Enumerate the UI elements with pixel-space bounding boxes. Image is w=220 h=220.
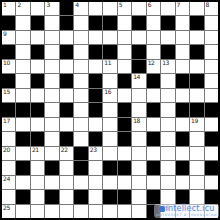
white-cell-r10c1[interactable] — [16, 147, 29, 160]
white-cell-r2c8[interactable] — [118, 31, 131, 44]
white-cell-r0c0[interactable]: 1 — [2, 2, 15, 15]
black-cell-r3c2 — [31, 45, 44, 58]
white-cell-r7c11[interactable] — [161, 103, 174, 116]
white-cell-r13c2[interactable] — [31, 190, 44, 203]
white-cell-r1c10[interactable] — [147, 16, 160, 29]
white-cell-r4c10[interactable]: 12 — [147, 60, 160, 73]
clue-number-22: 22 — [61, 147, 68, 153]
white-cell-r4c0[interactable]: 10 — [2, 60, 15, 73]
clue-number-4: 4 — [75, 2, 78, 8]
black-cell-r13c1 — [16, 190, 29, 203]
black-cell-r13c14 — [205, 190, 218, 203]
white-cell-r0c2[interactable] — [31, 2, 44, 15]
white-cell-r1c5[interactable] — [74, 16, 87, 29]
clue-number-3: 3 — [46, 2, 49, 8]
clue-number-15: 15 — [3, 89, 10, 95]
clue-number-5: 5 — [119, 2, 122, 8]
white-cell-r3c10[interactable] — [147, 45, 160, 58]
white-cell-r0c3[interactable]: 3 — [45, 2, 58, 15]
white-cell-r0c8[interactable]: 5 — [118, 2, 131, 15]
white-cell-r14c2[interactable] — [31, 205, 44, 218]
white-cell-r8c1[interactable] — [16, 118, 29, 131]
white-cell-r2c14[interactable] — [205, 31, 218, 44]
white-cell-r5c3[interactable] — [45, 74, 58, 87]
white-cell-r8c0[interactable]: 17 — [2, 118, 15, 131]
white-cell-r11c0[interactable] — [2, 161, 15, 174]
clue-number-17: 17 — [3, 118, 10, 124]
black-cell-r7c13 — [190, 103, 203, 116]
white-cell-r8c5[interactable] — [74, 118, 87, 131]
white-cell-r14c5[interactable] — [74, 205, 87, 218]
white-cell-r9c3[interactable] — [45, 132, 58, 145]
white-cell-r4c3[interactable] — [45, 60, 58, 73]
white-cell-r1c14[interactable] — [205, 16, 218, 29]
white-cell-r10c4[interactable]: 22 — [60, 147, 73, 160]
black-cell-r3c6 — [89, 45, 102, 58]
black-cell-r5c12 — [176, 74, 189, 87]
white-cell-r1c8[interactable] — [118, 16, 131, 29]
clue-number-18: 18 — [133, 118, 140, 124]
black-cell-r7c6 — [89, 103, 102, 116]
white-cell-r0c9[interactable] — [132, 2, 145, 15]
black-cell-r7c14 — [205, 103, 218, 116]
black-cell-r13c12 — [176, 190, 189, 203]
white-cell-r3c12[interactable] — [176, 45, 189, 58]
white-cell-r12c10[interactable] — [147, 176, 160, 189]
white-cell-r9c7[interactable] — [103, 132, 116, 145]
black-cell-r3c13 — [190, 45, 203, 58]
black-cell-r11c1 — [16, 161, 29, 174]
clue-number-8: 8 — [206, 2, 209, 8]
white-cell-r0c5[interactable]: 4 — [74, 2, 87, 15]
clue-number-19: 19 — [191, 118, 198, 124]
black-cell-r5c2 — [31, 74, 44, 87]
white-cell-r2c13[interactable] — [190, 31, 203, 44]
white-cell-r5c9[interactable]: 14 — [132, 74, 145, 87]
white-cell-r3c5[interactable] — [74, 45, 87, 58]
white-cell-r9c9[interactable] — [132, 132, 145, 145]
white-cell-r8c9[interactable]: 18 — [132, 118, 145, 131]
watermark: intellect.icu интеллект и технологии — [154, 204, 219, 219]
black-cell-r9c4 — [60, 132, 73, 145]
white-cell-r6c2[interactable] — [31, 89, 44, 102]
black-cell-r7c8 — [118, 103, 131, 116]
white-cell-r12c0[interactable]: 24 — [2, 176, 15, 189]
black-cell-r5c0 — [2, 74, 15, 87]
white-cell-r14c6[interactable] — [89, 205, 102, 218]
white-cell-r6c9[interactable] — [132, 89, 145, 102]
clue-number-10: 10 — [3, 60, 10, 66]
clue-number-9: 9 — [3, 31, 6, 37]
white-cell-r0c12[interactable]: 7 — [176, 2, 189, 15]
white-cell-r10c10[interactable] — [147, 147, 160, 160]
white-cell-r0c10[interactable]: 6 — [147, 2, 160, 15]
black-cell-r13c3 — [45, 190, 58, 203]
black-cell-r6c6 — [89, 89, 102, 102]
black-cell-r11c14 — [205, 161, 218, 174]
black-cell-r4c9 — [132, 60, 145, 73]
white-cell-r6c0[interactable]: 15 — [2, 89, 15, 102]
white-cell-r12c9[interactable] — [132, 176, 145, 189]
white-cell-r4c14[interactable] — [205, 60, 218, 73]
clue-number-11: 11 — [104, 60, 111, 66]
black-cell-r9c8 — [118, 132, 131, 145]
watermark-tagline: интеллект и технологии — [156, 213, 217, 217]
black-cell-r9c1 — [16, 132, 29, 145]
white-cell-r11c6[interactable] — [89, 161, 102, 174]
white-cell-r8c10[interactable] — [147, 118, 160, 131]
white-cell-r2c5[interactable] — [74, 31, 87, 44]
clue-number-16: 16 — [104, 89, 111, 95]
clue-number-13: 13 — [162, 60, 169, 66]
crossword-image: 1234567891011121314151617181920212223242… — [0, 0, 220, 220]
black-cell-r5c10 — [147, 74, 160, 87]
white-cell-r8c13[interactable]: 19 — [190, 118, 203, 131]
white-cell-r12c13[interactable] — [190, 176, 203, 189]
white-cell-r5c7[interactable] — [103, 74, 116, 87]
white-cell-r13c0[interactable] — [2, 190, 15, 203]
white-cell-r10c7[interactable] — [103, 147, 116, 160]
white-cell-r2c1[interactable] — [16, 31, 29, 44]
white-cell-r10c11[interactable] — [161, 147, 174, 160]
white-cell-r0c6[interactable] — [89, 2, 102, 15]
white-cell-r10c6[interactable]: 23 — [89, 147, 102, 160]
white-cell-r13c11[interactable] — [161, 190, 174, 203]
white-cell-r6c3[interactable] — [45, 89, 58, 102]
white-cell-r2c6[interactable] — [89, 31, 102, 44]
black-cell-r5c4 — [60, 74, 73, 87]
black-cell-r11c7 — [103, 161, 116, 174]
clue-number-12: 12 — [148, 60, 155, 66]
white-cell-r13c9[interactable] — [132, 190, 145, 203]
black-cell-r5c8 — [118, 74, 131, 87]
white-cell-r14c0[interactable]: 25 — [2, 205, 15, 218]
clue-number-25: 25 — [3, 205, 10, 211]
white-cell-r10c9[interactable] — [132, 147, 145, 160]
black-cell-r9c6 — [89, 132, 102, 145]
black-cell-r3c7 — [103, 45, 116, 58]
white-cell-r12c8[interactable] — [118, 176, 131, 189]
white-cell-r6c11[interactable] — [161, 89, 174, 102]
white-cell-r4c12[interactable] — [176, 60, 189, 73]
clue-number-6: 6 — [148, 2, 151, 8]
white-cell-r12c7[interactable] — [103, 176, 116, 189]
white-cell-r4c13[interactable] — [190, 60, 203, 73]
white-cell-r9c5[interactable] — [74, 132, 87, 145]
white-cell-r4c6[interactable] — [89, 60, 102, 73]
black-cell-r13c10 — [147, 190, 160, 203]
white-cell-r10c0[interactable]: 20 — [2, 147, 15, 160]
white-cell-r0c14[interactable]: 8 — [205, 2, 218, 15]
white-cell-r14c7[interactable] — [103, 205, 116, 218]
black-cell-r9c2 — [31, 132, 44, 145]
black-cell-r7c2 — [31, 103, 44, 116]
white-cell-r14c1[interactable] — [16, 205, 29, 218]
white-cell-r8c3[interactable] — [45, 118, 58, 131]
white-cell-r12c2[interactable] — [31, 176, 44, 189]
white-cell-r5c11[interactable] — [161, 74, 174, 87]
white-cell-r11c2[interactable] — [31, 161, 44, 174]
black-cell-r3c9 — [132, 45, 145, 58]
white-cell-r4c2[interactable] — [31, 60, 44, 73]
clue-number-23: 23 — [90, 147, 97, 153]
white-cell-r6c12[interactable] — [176, 89, 189, 102]
intellect-icu-logo-icon — [159, 206, 165, 212]
crossword-grid: 1234567891011121314151617181920212223242… — [0, 0, 220, 220]
white-cell-r12c11[interactable] — [161, 176, 174, 189]
white-cell-r4c7[interactable]: 11 — [103, 60, 116, 73]
white-cell-r0c7[interactable] — [103, 2, 116, 15]
black-cell-r7c4 — [60, 103, 73, 116]
clue-number-24: 24 — [3, 176, 10, 182]
white-cell-r7c5[interactable] — [74, 103, 87, 116]
white-cell-r14c3[interactable] — [45, 205, 58, 218]
white-cell-r2c9[interactable] — [132, 31, 145, 44]
white-cell-r0c13[interactable] — [190, 2, 203, 15]
clue-number-21: 21 — [32, 147, 39, 153]
white-cell-r2c7[interactable] — [103, 31, 116, 44]
white-cell-r3c3[interactable] — [45, 45, 58, 58]
white-cell-r6c13[interactable] — [190, 89, 203, 102]
white-cell-r6c7[interactable]: 16 — [103, 89, 116, 102]
white-cell-r6c5[interactable] — [74, 89, 87, 102]
white-cell-r12c6[interactable] — [89, 176, 102, 189]
black-cell-r11c5 — [74, 161, 87, 174]
white-cell-r6c1[interactable] — [16, 89, 29, 102]
white-cell-r11c9[interactable] — [132, 161, 145, 174]
white-cell-r9c0[interactable] — [2, 132, 15, 145]
white-cell-r10c14[interactable] — [205, 147, 218, 160]
white-cell-r0c1[interactable]: 2 — [16, 2, 29, 15]
white-cell-r7c7[interactable] — [103, 103, 116, 116]
white-cell-r9c13[interactable] — [190, 132, 203, 145]
white-cell-r11c11[interactable] — [161, 161, 174, 174]
black-cell-r11c8 — [118, 161, 131, 174]
black-cell-r9c10 — [147, 132, 160, 145]
black-cell-r1c4 — [60, 16, 73, 29]
white-cell-r7c3[interactable] — [45, 103, 58, 116]
white-cell-r10c3[interactable] — [45, 147, 58, 160]
white-cell-r12c5[interactable] — [74, 176, 87, 189]
white-cell-r10c8[interactable] — [118, 147, 131, 160]
white-cell-r0c11[interactable] — [161, 2, 174, 15]
clue-number-7: 7 — [177, 2, 180, 8]
clue-number-14: 14 — [133, 74, 140, 80]
black-cell-r0c4 — [60, 2, 73, 15]
white-cell-r10c13[interactable] — [190, 147, 203, 160]
white-cell-r4c4[interactable] — [60, 60, 73, 73]
white-cell-r2c0[interactable]: 9 — [2, 31, 15, 44]
white-cell-r8c4[interactable] — [60, 118, 73, 131]
black-cell-r9c14 — [205, 132, 218, 145]
white-cell-r6c4[interactable] — [60, 89, 73, 102]
white-cell-r1c1[interactable] — [16, 16, 29, 29]
white-cell-r8c12[interactable] — [176, 118, 189, 131]
white-cell-r8c6[interactable] — [89, 118, 102, 131]
white-cell-r12c3[interactable] — [45, 176, 58, 189]
black-cell-r11c12 — [176, 161, 189, 174]
white-cell-r12c4[interactable] — [60, 176, 73, 189]
black-cell-r3c11 — [161, 45, 174, 58]
white-cell-r8c14[interactable] — [205, 118, 218, 131]
black-cell-r7c1 — [16, 103, 29, 116]
black-cell-r5c6 — [89, 74, 102, 87]
black-cell-r9c12 — [176, 132, 189, 145]
white-cell-r11c4[interactable] — [60, 161, 73, 174]
white-cell-r3c8[interactable] — [118, 45, 131, 58]
white-cell-r3c14[interactable] — [205, 45, 218, 58]
black-cell-r1c0 — [2, 16, 15, 29]
white-cell-r7c9[interactable] — [132, 103, 145, 116]
white-cell-r10c2[interactable]: 21 — [31, 147, 44, 160]
white-cell-r9c11[interactable] — [161, 132, 174, 145]
black-cell-r8c8 — [118, 118, 131, 131]
white-cell-r3c1[interactable] — [16, 45, 29, 58]
white-cell-r11c13[interactable] — [190, 161, 203, 174]
black-cell-r13c7 — [103, 190, 116, 203]
white-cell-r14c4[interactable] — [60, 205, 73, 218]
black-cell-r7c0 — [2, 103, 15, 116]
black-cell-r13c8 — [118, 190, 131, 203]
white-cell-r6c14[interactable] — [205, 89, 218, 102]
clue-number-20: 20 — [3, 147, 10, 153]
white-cell-r14c8[interactable] — [118, 205, 131, 218]
white-cell-r2c10[interactable] — [147, 31, 160, 44]
white-cell-r2c12[interactable] — [176, 31, 189, 44]
white-cell-r14c9[interactable] — [132, 205, 145, 218]
white-cell-r13c6[interactable] — [89, 190, 102, 203]
white-cell-r2c3[interactable] — [45, 31, 58, 44]
black-cell-r5c13 — [190, 74, 203, 87]
white-cell-r8c11[interactable] — [161, 118, 174, 131]
white-cell-r12c14[interactable] — [205, 176, 218, 189]
black-cell-r3c0 — [2, 45, 15, 58]
black-cell-r7c10 — [147, 103, 160, 116]
black-cell-r13c5 — [74, 190, 87, 203]
black-cell-r1c6 — [89, 16, 102, 29]
white-cell-r6c10[interactable] — [147, 89, 160, 102]
black-cell-r10c5 — [74, 147, 87, 160]
white-cell-r8c7[interactable] — [103, 118, 116, 131]
white-cell-r2c11[interactable] — [161, 31, 174, 44]
white-cell-r2c4[interactable] — [60, 31, 73, 44]
white-cell-r12c1[interactable] — [16, 176, 29, 189]
black-cell-r11c10 — [147, 161, 160, 174]
white-cell-r6c8[interactable] — [118, 89, 131, 102]
black-cell-r1c11 — [161, 16, 174, 29]
white-cell-r13c4[interactable] — [60, 190, 73, 203]
clue-number-2: 2 — [17, 2, 20, 8]
white-cell-r1c12[interactable] — [176, 16, 189, 29]
black-cell-r1c2 — [31, 16, 44, 29]
black-cell-r1c13 — [190, 16, 203, 29]
black-cell-r3c4 — [60, 45, 73, 58]
white-cell-r4c1[interactable] — [16, 60, 29, 73]
white-cell-r5c14[interactable] — [205, 74, 218, 87]
white-cell-r4c11[interactable]: 13 — [161, 60, 174, 73]
white-cell-r4c8[interactable] — [118, 60, 131, 73]
white-cell-r2c2[interactable] — [31, 31, 44, 44]
white-cell-r10c12[interactable] — [176, 147, 189, 160]
white-cell-r1c3[interactable] — [45, 16, 58, 29]
white-cell-r8c2[interactable] — [31, 118, 44, 131]
black-cell-r1c9 — [132, 16, 145, 29]
clue-number-1: 1 — [3, 2, 6, 8]
white-cell-r13c13[interactable] — [190, 190, 203, 203]
black-cell-r11c3 — [45, 161, 58, 174]
black-cell-r7c12 — [176, 103, 189, 116]
black-cell-r1c7 — [103, 16, 116, 29]
white-cell-r5c1[interactable] — [16, 74, 29, 87]
white-cell-r5c5[interactable] — [74, 74, 87, 87]
white-cell-r12c12[interactable] — [176, 176, 189, 189]
white-cell-r4c5[interactable] — [74, 60, 87, 73]
